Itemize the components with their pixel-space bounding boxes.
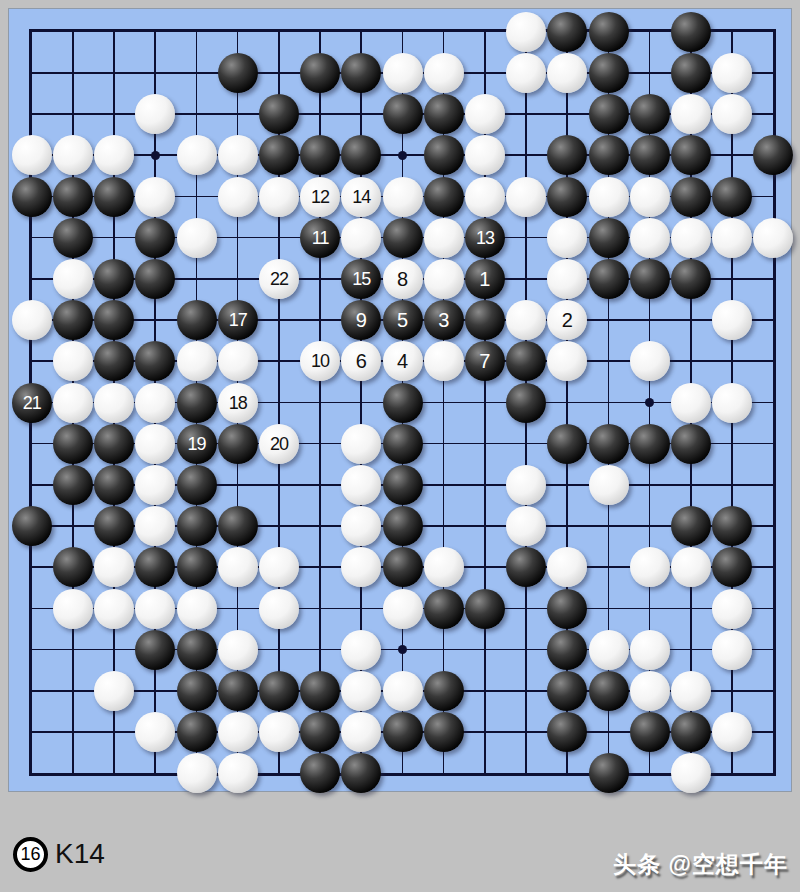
white-stone: 22 xyxy=(259,259,299,299)
black-stone xyxy=(177,300,217,340)
white-stone xyxy=(547,218,587,258)
black-stone xyxy=(383,383,423,423)
black-stone xyxy=(383,424,423,464)
white-stone xyxy=(383,177,423,217)
white-stone xyxy=(383,671,423,711)
black-stone xyxy=(671,53,711,93)
black-stone xyxy=(94,177,134,217)
white-stone xyxy=(424,53,464,93)
white-stone xyxy=(465,135,505,175)
black-stone xyxy=(589,135,629,175)
move-number-label: 6 xyxy=(356,351,367,371)
black-stone xyxy=(424,589,464,629)
star-point xyxy=(645,398,654,407)
black-stone xyxy=(424,177,464,217)
black-stone xyxy=(218,53,258,93)
black-stone xyxy=(383,218,423,258)
black-stone xyxy=(177,383,217,423)
black-stone xyxy=(630,424,670,464)
black-stone: 21 xyxy=(12,383,52,423)
white-stone xyxy=(383,589,423,629)
white-stone xyxy=(218,712,258,752)
black-stone xyxy=(177,630,217,670)
white-stone xyxy=(218,753,258,793)
black-stone xyxy=(135,630,175,670)
watermark-text: 头条 @空想千年 xyxy=(613,849,788,880)
black-stone xyxy=(218,671,258,711)
move-number-label: 7 xyxy=(479,351,490,371)
white-stone xyxy=(94,671,134,711)
white-stone xyxy=(506,53,546,93)
white-stone xyxy=(341,465,381,505)
white-stone xyxy=(671,218,711,258)
move-number-label: 1 xyxy=(479,269,490,289)
white-stone: 14 xyxy=(341,177,381,217)
star-point xyxy=(151,151,160,160)
white-stone xyxy=(259,177,299,217)
black-stone xyxy=(630,94,670,134)
black-stone: 11 xyxy=(300,218,340,258)
white-stone xyxy=(547,53,587,93)
white-stone xyxy=(506,12,546,52)
black-stone xyxy=(94,424,134,464)
black-stone xyxy=(547,671,587,711)
move-number-label: 15 xyxy=(352,270,370,288)
white-stone xyxy=(341,671,381,711)
black-stone xyxy=(589,12,629,52)
black-stone xyxy=(177,712,217,752)
white-stone xyxy=(218,341,258,381)
white-stone xyxy=(94,589,134,629)
white-stone: 12 xyxy=(300,177,340,217)
white-stone xyxy=(135,424,175,464)
black-stone xyxy=(383,547,423,587)
white-stone xyxy=(671,547,711,587)
white-stone xyxy=(712,53,752,93)
move-number-label: 11 xyxy=(312,229,329,247)
black-stone xyxy=(589,218,629,258)
black-stone xyxy=(53,424,93,464)
black-stone xyxy=(218,506,258,546)
black-stone xyxy=(671,259,711,299)
white-stone xyxy=(12,300,52,340)
black-stone xyxy=(671,506,711,546)
white-stone xyxy=(177,218,217,258)
white-stone xyxy=(671,383,711,423)
black-stone xyxy=(547,177,587,217)
caption-move-number: 16 xyxy=(20,844,40,865)
black-stone xyxy=(177,547,217,587)
caption-coordinate: K14 xyxy=(55,838,105,870)
black-stone xyxy=(465,300,505,340)
white-stone: 18 xyxy=(218,383,258,423)
black-stone xyxy=(300,53,340,93)
white-stone xyxy=(383,53,423,93)
white-stone xyxy=(671,753,711,793)
black-stone xyxy=(424,135,464,175)
black-stone xyxy=(341,753,381,793)
black-stone xyxy=(300,671,340,711)
move-number-label: 12 xyxy=(311,188,329,206)
black-stone xyxy=(259,94,299,134)
move-caption: 16 K14 xyxy=(13,836,105,872)
white-stone xyxy=(630,630,670,670)
move-number-label: 13 xyxy=(476,229,494,247)
white-stone xyxy=(12,135,52,175)
white-stone xyxy=(547,259,587,299)
white-stone xyxy=(341,424,381,464)
white-stone xyxy=(465,94,505,134)
move-number-label: 2 xyxy=(562,310,573,330)
move-number-label: 3 xyxy=(438,310,449,330)
black-stone xyxy=(630,712,670,752)
white-stone xyxy=(53,341,93,381)
caption-white-stone-icon: 16 xyxy=(13,837,48,872)
black-stone xyxy=(671,177,711,217)
black-stone xyxy=(259,671,299,711)
white-stone xyxy=(341,630,381,670)
black-stone xyxy=(135,218,175,258)
black-stone xyxy=(589,53,629,93)
white-stone xyxy=(671,94,711,134)
black-stone xyxy=(177,465,217,505)
white-stone xyxy=(53,135,93,175)
go-board: 121411132215811795321064721181920 xyxy=(8,8,792,792)
black-stone xyxy=(465,589,505,629)
white-stone xyxy=(712,712,752,752)
black-stone xyxy=(424,712,464,752)
black-stone xyxy=(94,465,134,505)
black-stone xyxy=(589,424,629,464)
black-stone xyxy=(12,177,52,217)
star-point xyxy=(398,645,407,654)
white-stone xyxy=(712,383,752,423)
white-stone xyxy=(259,589,299,629)
white-stone xyxy=(753,218,793,258)
white-stone: 8 xyxy=(383,259,423,299)
black-stone xyxy=(218,424,258,464)
black-stone xyxy=(589,671,629,711)
black-stone xyxy=(341,53,381,93)
white-stone xyxy=(259,712,299,752)
black-stone xyxy=(53,300,93,340)
white-stone xyxy=(341,218,381,258)
black-stone xyxy=(135,259,175,299)
white-stone xyxy=(94,383,134,423)
move-number-label: 10 xyxy=(311,352,329,370)
black-stone xyxy=(94,259,134,299)
white-stone xyxy=(218,630,258,670)
white-stone xyxy=(506,506,546,546)
black-stone xyxy=(12,506,52,546)
move-number-label: 20 xyxy=(270,435,288,453)
white-stone xyxy=(218,135,258,175)
white-stone xyxy=(712,94,752,134)
black-stone xyxy=(506,383,546,423)
white-stone xyxy=(424,218,464,258)
white-stone xyxy=(712,300,752,340)
black-stone xyxy=(712,177,752,217)
black-stone xyxy=(712,506,752,546)
move-number-label: 8 xyxy=(397,269,408,289)
black-stone xyxy=(547,589,587,629)
black-stone xyxy=(547,12,587,52)
white-stone: 4 xyxy=(383,341,423,381)
black-stone xyxy=(53,177,93,217)
white-stone xyxy=(630,547,670,587)
white-stone xyxy=(424,547,464,587)
white-stone xyxy=(259,547,299,587)
black-stone: 17 xyxy=(218,300,258,340)
black-stone xyxy=(671,424,711,464)
black-stone xyxy=(589,259,629,299)
move-number-label: 22 xyxy=(270,270,288,288)
black-stone xyxy=(589,753,629,793)
black-stone xyxy=(177,506,217,546)
black-stone xyxy=(53,465,93,505)
white-stone xyxy=(589,177,629,217)
move-number-label: 4 xyxy=(397,351,408,371)
white-stone xyxy=(630,218,670,258)
move-number-label: 5 xyxy=(397,310,408,330)
black-stone xyxy=(177,671,217,711)
white-stone xyxy=(424,259,464,299)
black-stone xyxy=(547,630,587,670)
black-stone xyxy=(753,135,793,175)
move-number-label: 9 xyxy=(356,310,367,330)
black-stone xyxy=(53,547,93,587)
move-number-label: 21 xyxy=(23,394,41,412)
white-stone xyxy=(712,630,752,670)
white-stone xyxy=(465,177,505,217)
white-stone xyxy=(135,589,175,629)
white-stone xyxy=(506,465,546,505)
black-stone xyxy=(424,94,464,134)
white-stone xyxy=(589,465,629,505)
white-stone xyxy=(671,671,711,711)
black-stone xyxy=(53,218,93,258)
white-stone xyxy=(218,177,258,217)
black-stone xyxy=(300,753,340,793)
star-point xyxy=(398,151,407,160)
black-stone: 5 xyxy=(383,300,423,340)
black-stone xyxy=(630,259,670,299)
black-stone xyxy=(94,300,134,340)
black-stone xyxy=(383,506,423,546)
white-stone xyxy=(506,177,546,217)
white-stone xyxy=(53,259,93,299)
black-stone: 13 xyxy=(465,218,505,258)
black-stone xyxy=(671,12,711,52)
black-stone xyxy=(547,424,587,464)
black-stone xyxy=(300,712,340,752)
white-stone xyxy=(712,589,752,629)
white-stone xyxy=(177,135,217,175)
black-stone xyxy=(671,135,711,175)
white-stone xyxy=(177,341,217,381)
white-stone xyxy=(424,341,464,381)
black-stone xyxy=(671,712,711,752)
white-stone xyxy=(135,383,175,423)
white-stone xyxy=(506,300,546,340)
white-stone xyxy=(630,671,670,711)
move-number-label: 18 xyxy=(229,394,247,412)
white-stone xyxy=(177,589,217,629)
black-stone xyxy=(94,506,134,546)
white-stone xyxy=(135,177,175,217)
black-stone: 15 xyxy=(341,259,381,299)
black-stone xyxy=(383,712,423,752)
black-stone xyxy=(630,135,670,175)
white-stone xyxy=(630,341,670,381)
white-stone xyxy=(53,589,93,629)
white-stone xyxy=(135,465,175,505)
black-stone: 3 xyxy=(424,300,464,340)
black-stone xyxy=(259,135,299,175)
white-stone xyxy=(712,218,752,258)
black-stone xyxy=(383,465,423,505)
black-stone xyxy=(424,671,464,711)
white-stone xyxy=(53,383,93,423)
black-stone: 7 xyxy=(465,341,505,381)
move-number-label: 14 xyxy=(352,188,370,206)
white-stone xyxy=(589,630,629,670)
black-stone: 19 xyxy=(177,424,217,464)
white-stone xyxy=(630,177,670,217)
black-stone: 1 xyxy=(465,259,505,299)
white-stone: 20 xyxy=(259,424,299,464)
black-stone xyxy=(589,94,629,134)
black-stone xyxy=(383,94,423,134)
white-stone xyxy=(218,547,258,587)
white-stone xyxy=(177,753,217,793)
move-number-label: 19 xyxy=(187,435,205,453)
move-number-label: 17 xyxy=(229,311,247,329)
